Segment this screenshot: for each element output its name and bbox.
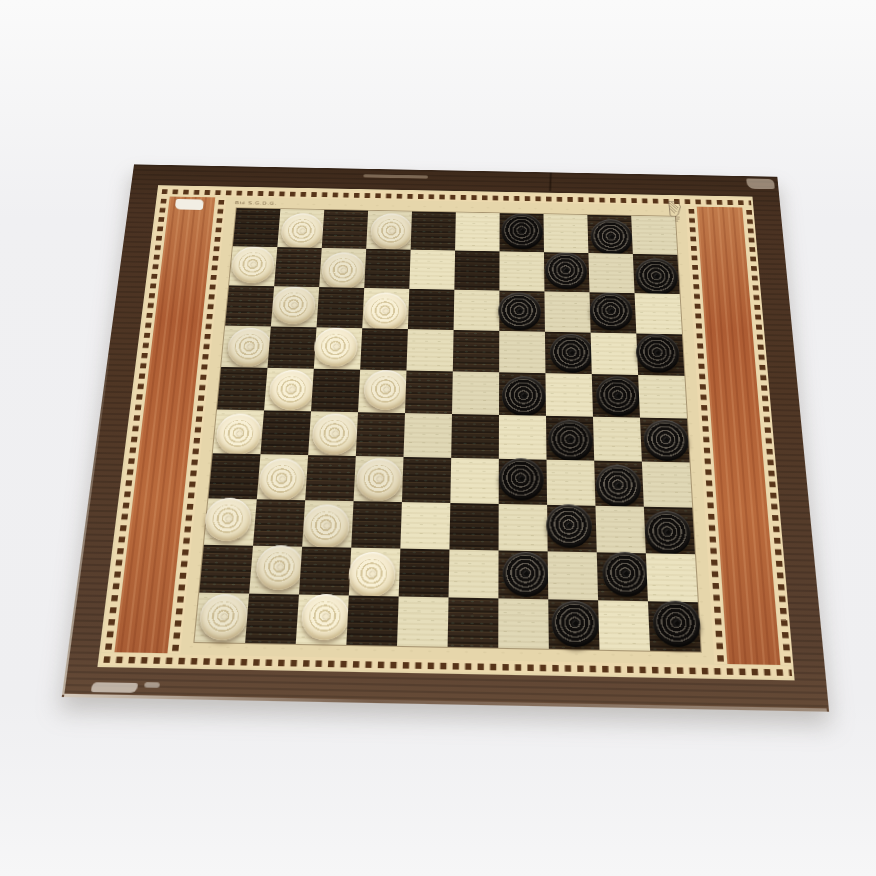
white-piece[interactable]	[280, 213, 324, 250]
board-square[interactable]	[360, 328, 408, 370]
board-square[interactable]	[221, 326, 271, 368]
white-piece[interactable]	[311, 413, 358, 455]
board-square[interactable]	[635, 293, 682, 334]
frame-scuff	[144, 682, 160, 688]
board-square[interactable]	[308, 411, 358, 456]
board-square[interactable]	[455, 212, 500, 251]
board-square[interactable]	[264, 368, 314, 411]
board-square[interactable]	[454, 290, 500, 331]
white-piece[interactable]	[300, 593, 350, 640]
board-square[interactable]	[302, 500, 353, 547]
board-square[interactable]	[366, 211, 412, 250]
board-square[interactable]	[633, 254, 680, 294]
board-square[interactable]	[499, 251, 544, 291]
board-square[interactable]	[454, 251, 499, 291]
board-square[interactable]	[640, 418, 690, 463]
board-square[interactable]	[271, 286, 319, 327]
board-middle: Bté S.G.D.G.	[101, 196, 791, 665]
board-square[interactable]	[597, 552, 648, 601]
board-square[interactable]	[274, 247, 322, 287]
board-square[interactable]	[317, 287, 365, 328]
black-piece[interactable]	[548, 419, 593, 461]
board-square[interactable]	[277, 209, 324, 248]
white-piece[interactable]	[203, 497, 253, 541]
board-square[interactable]	[213, 410, 264, 455]
black-piece[interactable]	[501, 375, 545, 416]
board-square[interactable]	[499, 504, 548, 551]
white-piece[interactable]	[254, 544, 304, 590]
board-square[interactable]	[314, 327, 362, 369]
board-square[interactable]	[245, 594, 299, 644]
board-square[interactable]	[257, 454, 308, 500]
white-piece[interactable]	[214, 413, 262, 455]
board-square[interactable]	[358, 370, 406, 413]
board-square[interactable]	[354, 456, 404, 502]
board-square[interactable]	[364, 249, 410, 289]
board-square[interactable]	[403, 413, 452, 458]
board-square[interactable]	[545, 373, 593, 417]
white-piece[interactable]	[363, 292, 407, 331]
board-square[interactable]	[194, 593, 249, 643]
frame-scuff	[746, 178, 775, 189]
board-square[interactable]	[498, 598, 549, 648]
frame-scuff	[91, 682, 138, 693]
black-piece[interactable]	[498, 457, 543, 500]
board-square[interactable]	[402, 457, 451, 503]
board-square[interactable]	[400, 502, 450, 549]
board-square[interactable]	[346, 596, 398, 646]
board-square[interactable]	[598, 600, 650, 650]
board-square[interactable]	[499, 331, 545, 373]
board-square[interactable]	[296, 595, 349, 645]
black-piece[interactable]	[546, 503, 592, 547]
black-piece[interactable]	[635, 333, 680, 373]
white-piece[interactable]	[257, 458, 305, 501]
board-square[interactable]	[305, 455, 356, 501]
board-square[interactable]	[249, 546, 302, 595]
black-piece[interactable]	[549, 333, 593, 373]
board-square[interactable]	[349, 548, 401, 597]
board-square[interactable]	[411, 212, 456, 251]
board-square[interactable]	[406, 329, 453, 371]
white-piece[interactable]	[363, 369, 408, 410]
board-square[interactable]	[225, 285, 274, 326]
board-square[interactable]	[544, 291, 590, 332]
board-square[interactable]	[588, 253, 634, 293]
board-square[interactable]	[499, 459, 547, 505]
board-square[interactable]	[299, 547, 351, 596]
black-piece[interactable]	[643, 419, 689, 461]
board-square[interactable]	[233, 208, 281, 247]
board-square[interactable]	[449, 550, 499, 599]
black-piece[interactable]	[590, 219, 633, 256]
board-square[interactable]	[260, 410, 311, 455]
board-square[interactable]	[548, 599, 599, 649]
black-piece[interactable]	[643, 510, 691, 555]
board-square[interactable]	[644, 507, 695, 554]
board-square[interactable]	[267, 326, 316, 368]
white-piece[interactable]	[355, 457, 402, 500]
white-piece[interactable]	[347, 551, 395, 597]
white-piece[interactable]	[302, 504, 350, 548]
white-piece[interactable]	[271, 286, 316, 324]
board-square[interactable]	[642, 462, 692, 508]
board-square[interactable]	[591, 333, 638, 375]
board-square[interactable]	[253, 499, 305, 546]
frame-scuff	[363, 174, 428, 178]
board-square[interactable]	[498, 550, 548, 599]
board-square[interactable]	[543, 214, 588, 253]
white-piece[interactable]	[313, 327, 358, 367]
black-piece[interactable]	[498, 292, 541, 331]
board-square[interactable]	[544, 252, 590, 292]
board-square[interactable]	[319, 248, 366, 288]
board-square[interactable]	[547, 460, 596, 506]
board-square[interactable]	[199, 545, 253, 594]
black-piece[interactable]	[595, 464, 641, 507]
board-square[interactable]	[500, 213, 544, 252]
black-piece[interactable]	[595, 375, 640, 416]
cream-margin: Bté S.G.D.G.	[181, 198, 713, 664]
photo-background: Bté S.G.D.G.	[0, 0, 876, 876]
board-square[interactable]	[448, 597, 499, 647]
black-piece[interactable]	[652, 600, 701, 647]
black-piece[interactable]	[589, 292, 633, 331]
board-square[interactable]	[322, 210, 368, 249]
board-square[interactable]	[217, 367, 267, 410]
board-square[interactable]	[397, 596, 449, 646]
frame-crack	[549, 172, 552, 191]
board-square[interactable]	[451, 414, 499, 459]
black-piece[interactable]	[601, 551, 649, 597]
black-piece[interactable]	[544, 252, 587, 289]
board-square[interactable]	[362, 288, 409, 329]
board-square[interactable]	[592, 374, 640, 418]
board-square[interactable]	[499, 372, 546, 416]
white-piece[interactable]	[268, 369, 315, 410]
board-square[interactable]	[229, 246, 277, 286]
board-square[interactable]	[587, 215, 633, 254]
board-square[interactable]	[208, 453, 260, 499]
board-square[interactable]	[594, 461, 644, 507]
board-square[interactable]	[405, 371, 453, 414]
board-square[interactable]	[408, 289, 454, 330]
white-piece[interactable]	[230, 246, 275, 283]
board-square[interactable]	[646, 553, 698, 602]
board-square[interactable]	[547, 505, 597, 552]
board-square[interactable]	[548, 551, 598, 600]
inlay-mat: Bté S.G.D.G.	[97, 185, 794, 680]
black-piece[interactable]	[551, 600, 599, 647]
white-piece[interactable]	[226, 327, 272, 367]
board-square[interactable]	[351, 501, 402, 548]
board-square[interactable]	[452, 371, 499, 415]
board-square[interactable]	[399, 549, 450, 598]
board-square[interactable]	[636, 333, 684, 375]
white-piece[interactable]	[321, 252, 365, 290]
board-square[interactable]	[409, 250, 455, 290]
board-square[interactable]	[595, 506, 645, 553]
walnut-frame: Bté S.G.D.G.	[62, 164, 829, 711]
board-square[interactable]	[631, 216, 677, 255]
black-piece[interactable]	[501, 213, 543, 249]
board-square[interactable]	[593, 417, 642, 462]
board-square[interactable]	[449, 503, 498, 550]
board-square[interactable]	[590, 292, 637, 333]
draughts-board: Bté S.G.D.G.	[62, 164, 829, 711]
board-square[interactable]	[311, 369, 360, 412]
black-piece[interactable]	[634, 258, 678, 296]
board-square[interactable]	[499, 291, 545, 332]
board-square[interactable]	[545, 332, 592, 374]
board-square[interactable]	[499, 415, 547, 460]
board-square[interactable]	[450, 458, 499, 504]
white-piece[interactable]	[197, 593, 248, 640]
board-square[interactable]	[453, 330, 499, 372]
board-square[interactable]	[356, 412, 405, 457]
worn-bottom-edge	[64, 694, 827, 712]
board-square[interactable]	[546, 416, 594, 461]
play-area	[193, 207, 702, 652]
maker-text: Bté S.G.D.G.	[235, 199, 277, 206]
black-piece[interactable]	[502, 551, 549, 597]
board-square[interactable]	[638, 375, 687, 419]
board-square[interactable]	[204, 498, 257, 545]
white-piece[interactable]	[370, 213, 413, 250]
paint-chip-blemish	[175, 199, 204, 210]
board-square[interactable]	[648, 601, 701, 651]
